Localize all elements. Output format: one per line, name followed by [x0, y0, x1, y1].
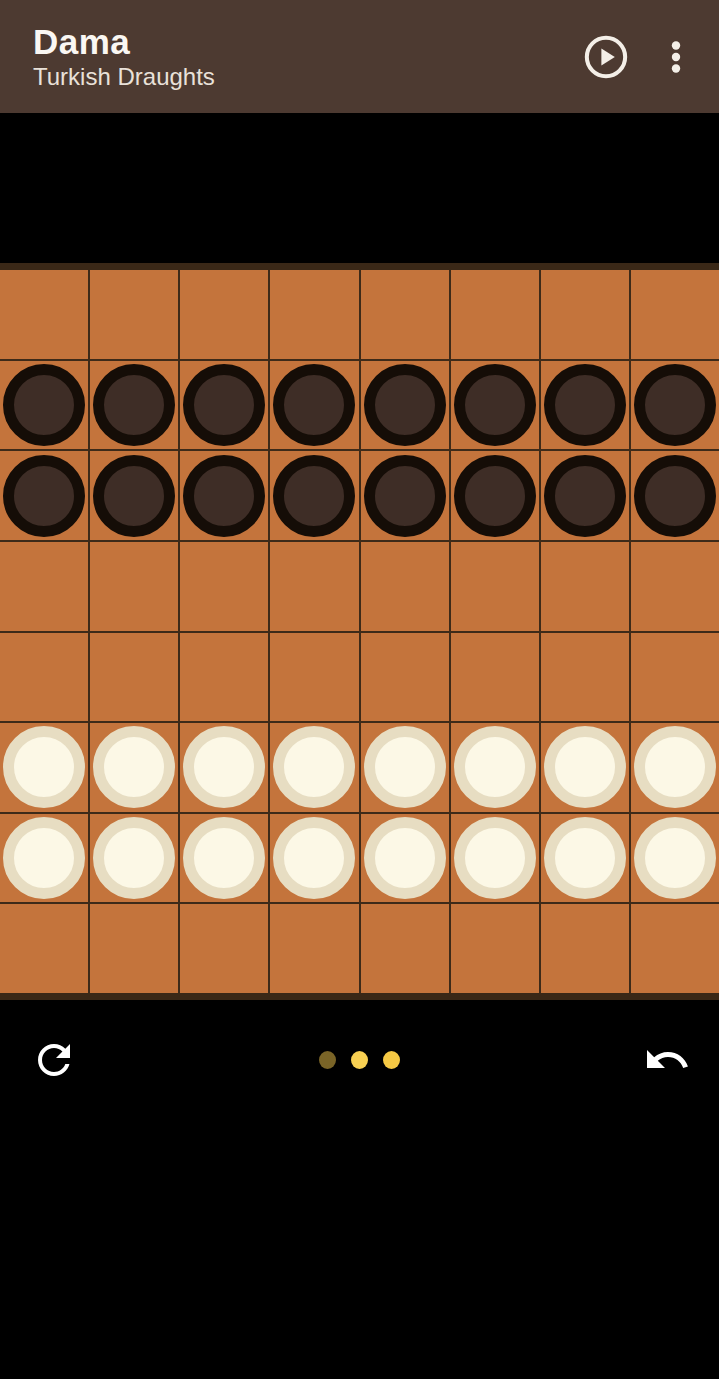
page-dot [319, 1051, 336, 1069]
board-square[interactable] [541, 633, 629, 722]
board-square[interactable] [541, 361, 629, 450]
light-piece[interactable] [93, 817, 175, 899]
board-square[interactable] [541, 451, 629, 540]
light-piece[interactable] [3, 817, 85, 899]
light-piece[interactable] [364, 817, 446, 899]
board-square[interactable] [180, 361, 268, 450]
board-square[interactable] [0, 723, 88, 812]
board-square[interactable] [631, 542, 719, 631]
board-square[interactable] [90, 361, 178, 450]
dark-piece[interactable] [183, 364, 265, 446]
light-piece[interactable] [183, 726, 265, 808]
dark-piece[interactable] [93, 364, 175, 446]
board-square[interactable] [0, 814, 88, 903]
board-frame [0, 263, 719, 1000]
dark-piece[interactable] [93, 455, 175, 537]
board-square[interactable] [270, 270, 358, 359]
board-square[interactable] [270, 451, 358, 540]
dark-piece[interactable] [183, 455, 265, 537]
undo-icon [639, 1036, 695, 1084]
board-square[interactable] [631, 814, 719, 903]
board-square[interactable] [451, 723, 539, 812]
board-square[interactable] [90, 270, 178, 359]
board-square[interactable] [451, 814, 539, 903]
board-square[interactable] [270, 904, 358, 993]
board-square[interactable] [631, 451, 719, 540]
dark-piece[interactable] [454, 455, 536, 537]
dark-piece[interactable] [273, 364, 355, 446]
light-piece[interactable] [273, 817, 355, 899]
bottom-spacer [0, 1120, 719, 1379]
app-bar-titles: Dama Turkish Draughts [33, 24, 215, 89]
light-piece[interactable] [3, 726, 85, 808]
board-square[interactable] [451, 904, 539, 993]
board-square[interactable] [541, 723, 629, 812]
board-square[interactable] [631, 270, 719, 359]
board-square[interactable] [361, 451, 449, 540]
app-bar-actions [583, 34, 697, 80]
dark-piece[interactable] [3, 455, 85, 537]
board-square[interactable] [180, 723, 268, 812]
board-square[interactable] [631, 633, 719, 722]
board-square[interactable] [361, 904, 449, 993]
board-square[interactable] [631, 361, 719, 450]
app-bar: Dama Turkish Draughts [0, 0, 719, 113]
more-vert-icon [655, 36, 697, 78]
app-screen: Dama Turkish Draughts [0, 0, 719, 1379]
board-square[interactable] [180, 814, 268, 903]
board-square[interactable] [451, 633, 539, 722]
board-square[interactable] [631, 904, 719, 993]
board-square[interactable] [361, 633, 449, 722]
board-square[interactable] [180, 633, 268, 722]
board-square[interactable] [90, 904, 178, 993]
light-piece[interactable] [273, 726, 355, 808]
dark-piece[interactable] [634, 455, 716, 537]
board-square[interactable] [451, 451, 539, 540]
top-spacer [0, 113, 719, 263]
light-piece[interactable] [454, 726, 536, 808]
board-square[interactable] [180, 451, 268, 540]
redo-button[interactable] [30, 1036, 78, 1084]
board-square[interactable] [541, 542, 629, 631]
board-square[interactable] [0, 904, 88, 993]
board-square[interactable] [180, 542, 268, 631]
play-circle-outline-icon [583, 34, 629, 80]
light-piece[interactable] [93, 726, 175, 808]
light-piece[interactable] [634, 817, 716, 899]
board-square[interactable] [270, 542, 358, 631]
dark-piece[interactable] [634, 364, 716, 446]
board-square[interactable] [361, 723, 449, 812]
board-square[interactable] [270, 633, 358, 722]
dark-piece[interactable] [3, 364, 85, 446]
board-square[interactable] [90, 633, 178, 722]
board-square[interactable] [0, 361, 88, 450]
board-square[interactable] [451, 361, 539, 450]
light-piece[interactable] [454, 817, 536, 899]
undo-button[interactable] [639, 1036, 695, 1084]
board-square[interactable] [541, 904, 629, 993]
light-piece[interactable] [634, 726, 716, 808]
board-square[interactable] [90, 814, 178, 903]
board-square[interactable] [90, 451, 178, 540]
light-piece[interactable] [544, 817, 626, 899]
board-square[interactable] [0, 270, 88, 359]
dark-piece[interactable] [544, 364, 626, 446]
dark-piece[interactable] [364, 364, 446, 446]
board-square[interactable] [451, 270, 539, 359]
page-indicator [0, 1000, 719, 1120]
play-button[interactable] [583, 34, 629, 80]
board-square[interactable] [0, 633, 88, 722]
board-square[interactable] [451, 542, 539, 631]
light-piece[interactable] [183, 817, 265, 899]
board-square[interactable] [270, 361, 358, 450]
dama-board[interactable] [0, 270, 719, 993]
board-square[interactable] [361, 361, 449, 450]
light-piece[interactable] [364, 726, 446, 808]
board-square[interactable] [541, 814, 629, 903]
page-dot [351, 1051, 368, 1069]
board-square[interactable] [90, 542, 178, 631]
board-square[interactable] [270, 814, 358, 903]
board-square[interactable] [180, 270, 268, 359]
board-square[interactable] [361, 542, 449, 631]
overflow-menu-button[interactable] [655, 36, 697, 78]
board-square[interactable] [361, 270, 449, 359]
board-square[interactable] [0, 542, 88, 631]
board-square[interactable] [0, 451, 88, 540]
bottom-controls [0, 1000, 719, 1120]
board-square[interactable] [541, 270, 629, 359]
app-title: Dama [33, 24, 215, 59]
light-piece[interactable] [544, 726, 626, 808]
board-square[interactable] [631, 723, 719, 812]
dark-piece[interactable] [454, 364, 536, 446]
board-square[interactable] [270, 723, 358, 812]
board-square[interactable] [90, 723, 178, 812]
board-square[interactable] [361, 814, 449, 903]
page-dot [383, 1051, 400, 1069]
dark-piece[interactable] [273, 455, 355, 537]
board-square[interactable] [180, 904, 268, 993]
dark-piece[interactable] [544, 455, 626, 537]
app-subtitle: Turkish Draughts [33, 65, 215, 89]
redo-icon [30, 1036, 78, 1084]
dark-piece[interactable] [364, 455, 446, 537]
